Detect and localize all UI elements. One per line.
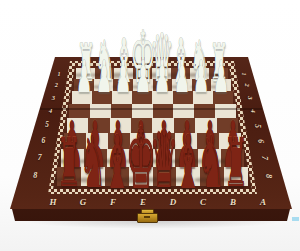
piece-red-knight-b8: ♞ — [199, 126, 225, 198]
rank-label-left-3: 3 — [52, 94, 55, 101]
rank-label-left-6: 6 — [42, 137, 46, 145]
rank-label-right-8: 8 — [264, 174, 272, 178]
piece-white-pawn-f2: ♟ — [115, 54, 131, 99]
piece-white-pawn-d2: ♟ — [154, 54, 170, 99]
rank-label-right-4: 4 — [250, 109, 257, 112]
wooden-chess-set-photo: HGFEDCBA1122334455667788 ♜♞♝♛♚♝♞♜♟♟♟♟♟♟♟… — [0, 0, 300, 251]
rank-label-right-7: 7 — [260, 156, 268, 160]
piece-red-bishop-f8: ♝ — [104, 125, 131, 199]
file-label-h: H — [49, 197, 56, 206]
rank-label-left-2: 2 — [55, 82, 58, 88]
rank-label-left-1: 1 — [58, 71, 61, 77]
rank-label-left-4: 4 — [49, 108, 52, 115]
piece-red-rook-a8: ♜ — [224, 130, 248, 197]
piece-white-pawn-b2: ♟ — [193, 54, 209, 99]
rank-label-left-7: 7 — [38, 154, 42, 162]
piece-red-rook-h8: ♜ — [57, 130, 81, 197]
brass-clasp-slot — [144, 216, 150, 218]
rank-label-right-3: 3 — [247, 96, 254, 99]
piece-white-pawn-a2: ♟ — [213, 54, 229, 99]
rank-label-right-2: 2 — [244, 83, 250, 86]
piece-red-bishop-c8: ♝ — [175, 125, 202, 199]
piece-red-knight-g8: ♞ — [80, 126, 106, 198]
file-label-a: A — [260, 197, 266, 206]
watermark-speck — [292, 217, 299, 221]
rank-label-left-5: 5 — [45, 122, 49, 129]
piece-white-pawn-h2: ♟ — [76, 54, 92, 99]
rank-label-right-1: 1 — [241, 72, 247, 75]
piece-white-pawn-e2: ♟ — [135, 54, 151, 99]
rank-label-left-8: 8 — [33, 172, 37, 180]
piece-white-pawn-c2: ♟ — [174, 54, 190, 99]
rank-label-right-6: 6 — [256, 139, 264, 143]
brass-clasp-plate — [137, 213, 158, 223]
piece-white-pawn-g2: ♟ — [96, 54, 112, 99]
rank-label-right-5: 5 — [253, 124, 260, 128]
